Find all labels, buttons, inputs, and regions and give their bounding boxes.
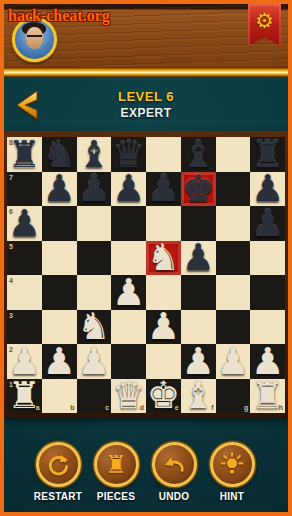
app-screen: hack-cheat.org ⚙ LEVEL 6 EXPERT 8♜♞♝♛♝♜7…	[0, 0, 292, 516]
rank-label-6: 6	[9, 208, 13, 215]
piece-black-king-f7[interactable]: ♚	[182, 170, 215, 207]
piece-black-pawn-c7[interactable]: ♟	[77, 170, 110, 207]
piece-black-pawn-b7[interactable]: ♟	[43, 170, 76, 207]
piece-black-pawn-h6[interactable]: ♟	[251, 205, 284, 242]
hint-button[interactable]: HINT	[206, 442, 258, 502]
square-b1[interactable]: b	[42, 379, 77, 414]
piece-white-bishop-f1[interactable]: ♝	[182, 377, 215, 414]
hint-lightbulb-icon	[219, 452, 245, 478]
rank-label-4: 4	[9, 277, 13, 284]
square-e7[interactable]: ♟	[146, 172, 181, 207]
square-f7[interactable]: ♚	[181, 172, 216, 207]
square-c7[interactable]: ♟	[77, 172, 112, 207]
back-chevron-icon	[10, 88, 44, 122]
piece-black-pawn-e7[interactable]: ♟	[147, 170, 180, 207]
toolbar: RESTART ♜ PIECES UNDO	[32, 442, 258, 502]
pieces-button-circle: ♜	[94, 442, 139, 487]
undo-label: UNDO	[159, 491, 190, 502]
square-g7[interactable]	[216, 172, 251, 207]
hint-button-circle	[210, 442, 255, 487]
square-f4[interactable]	[181, 275, 216, 310]
file-label-g: g	[244, 404, 248, 411]
square-b5[interactable]	[42, 241, 77, 276]
square-e1[interactable]: e♚	[146, 379, 181, 414]
level-subtitle: EXPERT	[4, 106, 288, 120]
square-h6[interactable]: ♟	[250, 206, 285, 241]
file-label-h: h	[279, 404, 283, 411]
file-label-d: d	[140, 404, 144, 411]
rank-label-7: 7	[9, 174, 13, 181]
rank-label-1: 1	[9, 381, 13, 388]
rook-icon: ♜	[105, 452, 127, 477]
square-a4[interactable]: 4	[7, 275, 42, 310]
header-divider	[4, 67, 288, 77]
square-a5[interactable]: 5	[7, 241, 42, 276]
square-d3[interactable]	[111, 310, 146, 345]
square-a8[interactable]: 8♜	[7, 137, 42, 172]
square-e3[interactable]: ♟	[146, 310, 181, 345]
piece-black-pawn-f5[interactable]: ♟	[182, 239, 215, 276]
restart-label: RESTART	[34, 491, 83, 502]
square-g2[interactable]: ♟	[216, 344, 251, 379]
square-b7[interactable]: ♟	[42, 172, 77, 207]
restart-button-circle	[36, 442, 81, 487]
pieces-button[interactable]: ♜ PIECES	[90, 442, 142, 502]
file-label-a: a	[36, 404, 40, 411]
square-g6[interactable]	[216, 206, 251, 241]
watermark: hack-cheat.org	[8, 7, 110, 25]
file-label-f: f	[211, 404, 213, 411]
rank-label-3: 3	[9, 312, 13, 319]
square-d6[interactable]	[111, 206, 146, 241]
restart-button[interactable]: RESTART	[32, 442, 84, 502]
square-d4[interactable]: ♟	[111, 275, 146, 310]
piece-black-pawn-d7[interactable]: ♟	[112, 170, 145, 207]
file-label-c: c	[105, 404, 109, 411]
level-banner: LEVEL 6 EXPERT	[4, 89, 288, 120]
rank-label-5: 5	[9, 243, 13, 250]
board-frame: 8♜♞♝♛♝♜7♟♟♟♟♚♟6♟♟5♞♟4♟3♞♟2♟♟♟♟♟♟1a♜bcd♛e…	[4, 131, 288, 418]
undo-button[interactable]: UNDO	[148, 442, 200, 502]
square-d1[interactable]: d♛	[111, 379, 146, 414]
square-b6[interactable]	[42, 206, 77, 241]
square-c5[interactable]	[77, 241, 112, 276]
undo-icon	[161, 452, 187, 478]
rank-label-8: 8	[9, 139, 13, 146]
square-e5[interactable]: ♞	[146, 241, 181, 276]
square-h5[interactable]	[250, 241, 285, 276]
file-label-e: e	[175, 404, 179, 411]
square-c6[interactable]	[77, 206, 112, 241]
square-g4[interactable]	[216, 275, 251, 310]
level-title: LEVEL 6	[4, 89, 288, 104]
chess-board: 8♜♞♝♛♝♜7♟♟♟♟♚♟6♟♟5♞♟4♟3♞♟2♟♟♟♟♟♟1a♜bcd♛e…	[7, 137, 285, 413]
square-a1[interactable]: 1a♜	[7, 379, 42, 414]
square-g5[interactable]	[216, 241, 251, 276]
piece-white-pawn-d4[interactable]: ♟	[112, 274, 145, 311]
piece-white-pawn-b2[interactable]: ♟	[43, 343, 76, 380]
square-b2[interactable]: ♟	[42, 344, 77, 379]
square-g8[interactable]	[216, 137, 251, 172]
square-d7[interactable]: ♟	[111, 172, 146, 207]
square-a6[interactable]: 6♟	[7, 206, 42, 241]
square-h4[interactable]	[250, 275, 285, 310]
square-c1[interactable]: c	[77, 379, 112, 414]
square-c2[interactable]: ♟	[77, 344, 112, 379]
back-button[interactable]	[10, 88, 44, 122]
piece-white-knight-e5[interactable]: ♞	[147, 239, 180, 276]
square-f5[interactable]: ♟	[181, 241, 216, 276]
square-h1[interactable]: h♜	[250, 379, 285, 414]
restart-icon	[45, 452, 71, 478]
undo-button-circle	[152, 442, 197, 487]
piece-white-pawn-c2[interactable]: ♟	[77, 343, 110, 380]
pieces-label: PIECES	[97, 491, 135, 502]
hint-label: HINT	[220, 491, 245, 502]
rank-label-2: 2	[9, 346, 13, 353]
file-label-b: b	[70, 404, 74, 411]
piece-white-pawn-e3[interactable]: ♟	[147, 308, 180, 345]
piece-white-pawn-g2[interactable]: ♟	[216, 343, 249, 380]
square-b4[interactable]	[42, 275, 77, 310]
square-f1[interactable]: f♝	[181, 379, 216, 414]
square-g1[interactable]: g	[216, 379, 251, 414]
avatar-glasses	[27, 35, 42, 41]
